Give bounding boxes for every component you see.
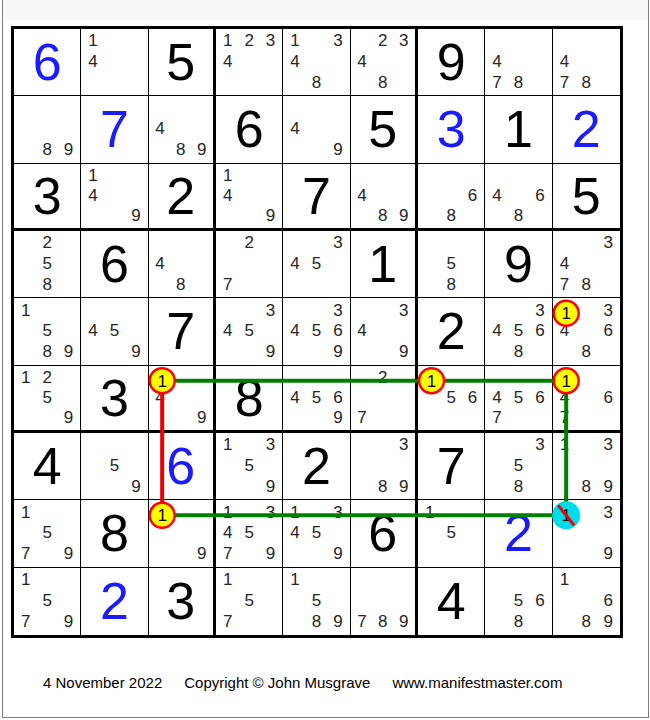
cell-r4c5[interactable]: 345 xyxy=(283,231,350,298)
candidate-4 xyxy=(150,523,171,544)
candidate-1 xyxy=(15,233,36,254)
candidate-5: 5 xyxy=(306,523,327,544)
cell-r8c2[interactable]: 8 xyxy=(81,500,148,567)
cell-r6c6[interactable]: 27 xyxy=(351,366,418,433)
candidate-5 xyxy=(104,52,125,73)
candidate-3 xyxy=(327,368,348,388)
candidate-9 xyxy=(462,206,483,226)
given-digit: 5 xyxy=(149,29,213,95)
puzzle-page: 6145123413482348947847889748964953123149… xyxy=(2,0,649,718)
cell-r2c7[interactable]: 3 xyxy=(418,96,485,163)
cell-r4c4[interactable]: 27 xyxy=(216,231,283,298)
cell-r5c9[interactable]: 13468 xyxy=(553,298,620,365)
candidate-8: 8 xyxy=(575,612,597,633)
cell-r2c1[interactable]: 89 xyxy=(14,96,81,163)
pencil-marks: 4567 xyxy=(485,366,551,430)
given-digit: 9 xyxy=(418,29,484,95)
candidate-1: 1 xyxy=(217,31,238,52)
candidate-5: 5 xyxy=(440,254,461,275)
candidate-6 xyxy=(58,254,79,275)
candidate-9 xyxy=(529,73,550,94)
candidate-8: 8 xyxy=(372,73,393,94)
cell-r9c6[interactable]: 789 xyxy=(351,568,418,635)
cell-r5c3[interactable]: 7 xyxy=(149,298,216,365)
cell-r8c8[interactable]: 2 xyxy=(485,500,552,567)
candidate-6 xyxy=(393,186,414,206)
pencil-marks: 19 xyxy=(149,500,213,566)
candidate-1: 1 xyxy=(82,31,103,52)
cell-r7c1[interactable]: 4 xyxy=(14,433,81,500)
pencil-marks: 358 xyxy=(485,433,551,499)
candidate-5: 5 xyxy=(306,321,327,342)
candidate-6 xyxy=(58,119,79,140)
cell-r3c4[interactable]: 149 xyxy=(216,164,283,231)
candidate-2 xyxy=(238,300,259,321)
candidate-6 xyxy=(260,52,281,73)
cell-r1c4[interactable]: 1234 xyxy=(216,29,283,96)
cell-r9c8[interactable]: 568 xyxy=(485,568,552,635)
candidate-7 xyxy=(352,477,373,498)
candidate-6 xyxy=(260,591,281,612)
candidate-9 xyxy=(529,612,550,633)
pencil-marks: 789 xyxy=(351,568,415,635)
cell-r2c4[interactable]: 6 xyxy=(216,96,283,163)
candidate-3: 3 xyxy=(260,435,281,456)
candidate-2 xyxy=(575,31,597,52)
candidate-9 xyxy=(597,408,619,428)
candidate-3 xyxy=(327,98,348,119)
candidate-9: 9 xyxy=(260,342,281,363)
cell-r1c1[interactable]: 6 xyxy=(14,29,81,96)
candidate-8: 8 xyxy=(36,140,57,161)
candidate-2 xyxy=(575,435,597,456)
cell-r3c3[interactable]: 2 xyxy=(149,164,216,231)
candidate-1: 1 xyxy=(150,502,171,523)
candidate-4 xyxy=(486,456,507,477)
candidate-7 xyxy=(486,206,507,226)
cell-r6c4[interactable]: 8 xyxy=(216,366,283,433)
candidate-5 xyxy=(238,186,259,206)
candidate-4 xyxy=(352,456,373,477)
candidate-5: 5 xyxy=(508,591,529,612)
cell-r8c9[interactable]: 139 xyxy=(553,500,620,567)
candidate-8 xyxy=(238,477,259,498)
cell-r4c9[interactable]: 3478 xyxy=(553,231,620,298)
candidate-7 xyxy=(15,275,36,296)
candidate-9: 9 xyxy=(125,206,146,226)
cell-r2c2[interactable]: 7 xyxy=(81,96,148,163)
candidate-6 xyxy=(327,591,348,612)
cell-r9c3[interactable]: 3 xyxy=(149,568,216,635)
cell-r7c4[interactable]: 1359 xyxy=(216,433,283,500)
candidate-2: 2 xyxy=(372,368,393,388)
candidate-6 xyxy=(597,52,619,73)
candidate-8 xyxy=(440,408,461,428)
candidate-5 xyxy=(372,321,393,342)
cell-r4c8[interactable]: 9 xyxy=(485,231,552,298)
candidate-9 xyxy=(327,73,348,94)
candidate-3: 3 xyxy=(597,300,619,321)
candidate-8: 8 xyxy=(508,206,529,226)
cell-r1c7[interactable]: 9 xyxy=(418,29,485,96)
candidate-3 xyxy=(191,233,212,254)
cell-r3c5[interactable]: 7 xyxy=(283,164,350,231)
candidate-9 xyxy=(462,544,483,565)
cell-r6c1[interactable]: 1259 xyxy=(14,366,81,433)
candidate-4: 4 xyxy=(352,186,373,206)
candidate-7 xyxy=(284,73,305,94)
pencil-marks: 478 xyxy=(553,29,620,95)
candidate-7 xyxy=(284,275,305,296)
cell-r2c6[interactable]: 5 xyxy=(351,96,418,163)
candidate-5: 5 xyxy=(508,388,529,408)
cell-r9c7[interactable]: 4 xyxy=(418,568,485,635)
cell-r3c6[interactable]: 489 xyxy=(351,164,418,231)
candidate-5: 5 xyxy=(36,591,57,612)
candidate-8 xyxy=(306,342,327,363)
cell-r7c9[interactable]: 1389 xyxy=(553,433,620,500)
cell-r3c2[interactable]: 149 xyxy=(81,164,148,231)
cell-r7c7[interactable]: 7 xyxy=(418,433,485,500)
cell-r6c5[interactable]: 4569 xyxy=(283,366,350,433)
candidate-6 xyxy=(393,388,414,408)
candidate-2 xyxy=(238,166,259,186)
candidate-4 xyxy=(15,388,36,408)
cell-r3c7[interactable]: 68 xyxy=(418,164,485,231)
candidate-5 xyxy=(170,523,191,544)
candidate-9: 9 xyxy=(191,140,212,161)
candidate-1 xyxy=(284,300,305,321)
candidate-9: 9 xyxy=(393,342,414,363)
candidate-5 xyxy=(372,456,393,477)
candidate-5 xyxy=(575,523,597,544)
footer-date: 4 November 2022 xyxy=(43,674,162,691)
cell-r6c8[interactable]: 4567 xyxy=(485,366,552,433)
pencil-marks: 3459 xyxy=(216,298,282,364)
candidate-4 xyxy=(554,456,576,477)
candidate-8: 8 xyxy=(575,477,597,498)
candidate-7: 7 xyxy=(352,612,373,633)
candidate-1: 1 xyxy=(150,368,171,388)
candidate-7 xyxy=(82,206,103,226)
candidate-2 xyxy=(238,570,259,591)
candidate-5: 5 xyxy=(306,591,327,612)
candidate-9: 9 xyxy=(327,544,348,565)
cell-r5c2[interactable]: 459 xyxy=(81,298,148,365)
cell-r6c9[interactable]: 1467 xyxy=(553,366,620,433)
candidate-8: 8 xyxy=(575,342,597,363)
candidate-4 xyxy=(15,119,36,140)
pencil-marks: 1467 xyxy=(553,366,620,430)
candidate-5: 5 xyxy=(306,254,327,275)
cell-r4c7[interactable]: 58 xyxy=(418,231,485,298)
candidate-3: 3 xyxy=(597,502,619,523)
candidate-3 xyxy=(58,502,79,523)
candidate-5 xyxy=(508,186,529,206)
candidate-6 xyxy=(58,321,79,342)
candidate-9 xyxy=(462,408,483,428)
candidate-9: 9 xyxy=(327,342,348,363)
given-digit: 4 xyxy=(14,433,80,499)
candidate-4: 4 xyxy=(486,186,507,206)
candidate-6: 6 xyxy=(597,591,619,612)
candidate-5: 5 xyxy=(508,456,529,477)
candidate-7 xyxy=(352,342,373,363)
candidate-1 xyxy=(352,435,373,456)
candidate-8: 8 xyxy=(575,73,597,94)
cell-r7c8[interactable]: 358 xyxy=(485,433,552,500)
candidate-6 xyxy=(327,254,348,275)
cell-r8c6[interactable]: 6 xyxy=(351,500,418,567)
candidate-2 xyxy=(170,233,191,254)
cell-r4c2[interactable]: 6 xyxy=(81,231,148,298)
pencil-marks: 34568 xyxy=(485,298,551,364)
cell-r2c8[interactable]: 1 xyxy=(485,96,552,163)
candidate-3 xyxy=(462,502,483,523)
candidate-9: 9 xyxy=(260,544,281,565)
given-digit: 5 xyxy=(351,96,415,162)
candidate-8 xyxy=(372,342,393,363)
cell-r3c8[interactable]: 468 xyxy=(485,164,552,231)
candidate-2 xyxy=(36,502,57,523)
candidate-8 xyxy=(238,544,259,565)
pencil-marks: 13459 xyxy=(283,500,349,566)
pencil-marks: 49 xyxy=(283,96,349,162)
candidate-4: 4 xyxy=(284,523,305,544)
cell-r1c9[interactable]: 478 xyxy=(553,29,620,96)
candidate-8: 8 xyxy=(575,275,597,296)
cell-r9c9[interactable]: 1689 xyxy=(553,568,620,635)
cell-r7c5[interactable]: 2 xyxy=(283,433,350,500)
candidate-3 xyxy=(58,300,79,321)
pencil-marks: 157 xyxy=(216,568,282,635)
candidate-7: 7 xyxy=(554,73,576,94)
candidate-8 xyxy=(306,544,327,565)
cell-r3c9[interactable]: 5 xyxy=(553,164,620,231)
candidate-5 xyxy=(372,186,393,206)
given-digit: 6 xyxy=(81,231,147,297)
cell-r5c8[interactable]: 34568 xyxy=(485,298,552,365)
candidate-9: 9 xyxy=(327,612,348,633)
candidate-9: 9 xyxy=(58,408,79,428)
candidate-2: 2 xyxy=(238,233,259,254)
cell-r6c7[interactable]: 156 xyxy=(418,366,485,433)
candidate-9: 9 xyxy=(260,206,281,226)
candidate-2 xyxy=(575,570,597,591)
cell-r1c6[interactable]: 2348 xyxy=(351,29,418,96)
candidate-6: 6 xyxy=(597,388,619,408)
pencil-marks: 349 xyxy=(351,298,415,364)
candidate-1: 1 xyxy=(419,502,440,523)
footer-caption: 4 November 2022 Copyright © John Musgrav… xyxy=(43,674,562,691)
candidate-1 xyxy=(15,98,36,119)
cell-r9c5[interactable]: 1589 xyxy=(283,568,350,635)
cell-r2c3[interactable]: 489 xyxy=(149,96,216,163)
cell-r2c5[interactable]: 49 xyxy=(283,96,350,163)
candidate-3 xyxy=(393,166,414,186)
cell-r1c5[interactable]: 1348 xyxy=(283,29,350,96)
given-digit: 5 xyxy=(553,164,620,228)
candidate-7 xyxy=(15,342,36,363)
pencil-marks: 1579 xyxy=(14,500,80,566)
cell-r5c6[interactable]: 349 xyxy=(351,298,418,365)
candidate-9 xyxy=(529,206,550,226)
cell-r1c2[interactable]: 14 xyxy=(81,29,148,96)
candidate-8 xyxy=(238,275,259,296)
cell-r5c7[interactable]: 2 xyxy=(418,298,485,365)
candidate-2 xyxy=(306,300,327,321)
candidate-5 xyxy=(372,388,393,408)
cell-r7c3[interactable]: 6 xyxy=(149,433,216,500)
candidate-8 xyxy=(238,73,259,94)
candidate-5: 5 xyxy=(104,456,125,477)
candidate-6 xyxy=(191,119,212,140)
cell-r8c4[interactable]: 134579 xyxy=(216,500,283,567)
candidate-8: 8 xyxy=(508,73,529,94)
candidate-3 xyxy=(597,31,619,52)
solved-digit: 3 xyxy=(418,96,484,162)
candidate-7: 7 xyxy=(15,544,36,565)
candidate-9: 9 xyxy=(597,612,619,633)
cell-r7c2[interactable]: 59 xyxy=(81,433,148,500)
candidate-7 xyxy=(217,477,238,498)
candidate-7 xyxy=(419,206,440,226)
candidate-9: 9 xyxy=(327,408,348,428)
cell-r2c9[interactable]: 2 xyxy=(553,96,620,163)
candidate-8: 8 xyxy=(440,275,461,296)
candidate-5: 5 xyxy=(238,523,259,544)
candidate-2 xyxy=(36,570,57,591)
given-digit: 9 xyxy=(485,231,551,297)
candidate-1 xyxy=(150,98,171,119)
candidate-1: 1 xyxy=(284,502,305,523)
pencil-marks: 15 xyxy=(418,500,484,566)
candidate-7 xyxy=(554,477,576,498)
candidate-8: 8 xyxy=(372,206,393,226)
given-digit: 3 xyxy=(81,366,147,430)
given-digit: 2 xyxy=(149,164,213,228)
cell-r4c3[interactable]: 48 xyxy=(149,231,216,298)
candidate-8 xyxy=(170,544,191,565)
candidate-4 xyxy=(419,186,440,206)
cell-r8c7[interactable]: 15 xyxy=(418,500,485,567)
cell-r3c1[interactable]: 3 xyxy=(14,164,81,231)
candidate-4 xyxy=(419,523,440,544)
cell-r8c5[interactable]: 13459 xyxy=(283,500,350,567)
candidate-6 xyxy=(260,456,281,477)
candidate-2: 2 xyxy=(238,31,259,52)
candidate-1: 1 xyxy=(284,31,305,52)
candidate-5: 5 xyxy=(36,523,57,544)
footer-copyright: Copyright © John Musgrave xyxy=(184,674,370,691)
candidate-6 xyxy=(125,321,146,342)
candidate-3 xyxy=(191,98,212,119)
candidate-7: 7 xyxy=(554,275,576,296)
cell-r1c8[interactable]: 478 xyxy=(485,29,552,96)
candidate-6: 6 xyxy=(529,591,550,612)
pencil-marks: 149 xyxy=(216,164,282,228)
cell-r1c3[interactable]: 5 xyxy=(149,29,216,96)
solved-digit: 6 xyxy=(149,433,213,499)
candidate-5: 5 xyxy=(440,388,461,408)
cell-r4c6[interactable]: 1 xyxy=(351,231,418,298)
candidate-8 xyxy=(306,275,327,296)
candidate-5 xyxy=(575,388,597,408)
candidate-8: 8 xyxy=(36,342,57,363)
candidate-4: 4 xyxy=(284,119,305,140)
cell-r8c3[interactable]: 19 xyxy=(149,500,216,567)
candidate-5: 5 xyxy=(238,321,259,342)
candidate-9 xyxy=(125,73,146,94)
cell-r9c2[interactable]: 2 xyxy=(81,568,148,635)
candidate-7: 7 xyxy=(486,73,507,94)
candidate-8 xyxy=(104,477,125,498)
candidate-3 xyxy=(58,233,79,254)
cell-r5c4[interactable]: 3459 xyxy=(216,298,283,365)
candidate-5 xyxy=(575,52,597,73)
candidate-1 xyxy=(554,233,576,254)
candidate-3 xyxy=(125,300,146,321)
candidate-3 xyxy=(260,166,281,186)
pencil-marks: 4569 xyxy=(283,366,349,430)
candidate-2 xyxy=(372,300,393,321)
candidate-8 xyxy=(440,544,461,565)
candidate-2 xyxy=(238,502,259,523)
candidate-1 xyxy=(352,570,373,591)
candidate-5 xyxy=(170,119,191,140)
cell-r9c4[interactable]: 157 xyxy=(216,568,283,635)
candidate-9 xyxy=(260,275,281,296)
candidate-3 xyxy=(462,368,483,388)
candidate-5: 5 xyxy=(508,321,529,342)
candidate-3: 3 xyxy=(529,300,550,321)
cell-r6c3[interactable]: 149 xyxy=(149,366,216,433)
candidate-3 xyxy=(393,368,414,388)
candidate-7: 7 xyxy=(486,408,507,428)
candidate-1: 1 xyxy=(217,166,238,186)
candidate-5 xyxy=(440,186,461,206)
candidate-8 xyxy=(306,408,327,428)
cell-r4c1[interactable]: 258 xyxy=(14,231,81,298)
pencil-marks: 14 xyxy=(81,29,147,95)
cell-r9c1[interactable]: 1579 xyxy=(14,568,81,635)
cell-r8c1[interactable]: 1579 xyxy=(14,500,81,567)
candidate-7 xyxy=(284,612,305,633)
cell-r5c5[interactable]: 34569 xyxy=(283,298,350,365)
candidate-3: 3 xyxy=(393,31,414,52)
candidate-4: 4 xyxy=(150,119,171,140)
candidate-1 xyxy=(554,31,576,52)
cell-r5c1[interactable]: 1589 xyxy=(14,298,81,365)
candidate-2 xyxy=(575,233,597,254)
candidate-3: 3 xyxy=(260,502,281,523)
candidate-3: 3 xyxy=(327,233,348,254)
candidate-9: 9 xyxy=(58,140,79,161)
cell-r7c6[interactable]: 389 xyxy=(351,433,418,500)
candidate-8: 8 xyxy=(170,275,191,296)
cell-r6c2[interactable]: 3 xyxy=(81,366,148,433)
candidate-4 xyxy=(419,254,440,275)
pencil-marks: 1234 xyxy=(216,29,282,95)
candidate-4: 4 xyxy=(82,321,103,342)
candidate-4: 4 xyxy=(217,52,238,73)
solved-digit: 7 xyxy=(81,96,147,162)
candidate-8 xyxy=(104,342,125,363)
candidate-7 xyxy=(82,342,103,363)
pencil-marks: 34569 xyxy=(283,298,349,364)
candidate-7 xyxy=(486,477,507,498)
candidate-4: 4 xyxy=(217,186,238,206)
